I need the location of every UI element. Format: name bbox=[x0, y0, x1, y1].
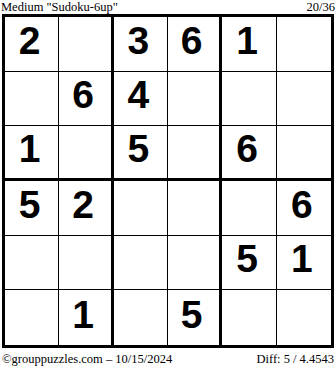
cell-r2c6[interactable] bbox=[277, 72, 331, 127]
cell-r1c5[interactable]: 1 bbox=[222, 17, 276, 72]
cell-r1c1[interactable]: 2 bbox=[5, 17, 59, 72]
cell-r2c1[interactable] bbox=[5, 72, 59, 127]
cell-r2c4[interactable] bbox=[168, 72, 222, 127]
cell-r1c6[interactable] bbox=[277, 17, 331, 72]
cell-r4c2[interactable]: 2 bbox=[59, 181, 113, 236]
cell-r3c3[interactable]: 5 bbox=[114, 126, 168, 181]
cell-r2c2[interactable]: 6 bbox=[59, 72, 113, 127]
cell-r1c2[interactable] bbox=[59, 17, 113, 72]
cell-r5c6[interactable]: 1 bbox=[277, 236, 331, 291]
cell-r4c4[interactable] bbox=[168, 181, 222, 236]
cell-r6c4[interactable]: 5 bbox=[168, 290, 222, 345]
cell-r4c3[interactable] bbox=[114, 181, 168, 236]
cell-r3c5[interactable]: 6 bbox=[222, 126, 276, 181]
cell-r6c6[interactable] bbox=[277, 290, 331, 345]
cell-r6c5[interactable] bbox=[222, 290, 276, 345]
header: Medium "Sudoku-6up" 20/36 bbox=[0, 0, 336, 14]
cell-r5c5[interactable]: 5 bbox=[222, 236, 276, 291]
cell-r2c3[interactable]: 4 bbox=[114, 72, 168, 127]
cell-r1c4[interactable]: 6 bbox=[168, 17, 222, 72]
sudoku-page: Medium "Sudoku-6up" 20/36 23616415652651… bbox=[0, 0, 336, 370]
cell-r1c3[interactable]: 3 bbox=[114, 17, 168, 72]
cell-r4c1[interactable]: 5 bbox=[5, 181, 59, 236]
cell-r5c4[interactable] bbox=[168, 236, 222, 291]
cell-r3c4[interactable] bbox=[168, 126, 222, 181]
puzzle-title: Medium "Sudoku-6up" bbox=[1, 1, 118, 14]
cell-r5c2[interactable] bbox=[59, 236, 113, 291]
difficulty-text: Diff: 5 / 4.4543 bbox=[256, 352, 334, 366]
cell-r2c5[interactable] bbox=[222, 72, 276, 127]
footer: ©grouppuzzles.com – 10/15/2024 Diff: 5 /… bbox=[0, 352, 336, 366]
cell-r3c6[interactable] bbox=[277, 126, 331, 181]
cell-r5c1[interactable] bbox=[5, 236, 59, 291]
cell-r3c2[interactable] bbox=[59, 126, 113, 181]
cell-r5c3[interactable] bbox=[114, 236, 168, 291]
cell-r6c2[interactable]: 1 bbox=[59, 290, 113, 345]
cell-r4c6[interactable]: 6 bbox=[277, 181, 331, 236]
sudoku-grid: 2361641565265115 bbox=[2, 14, 334, 348]
cell-r4c5[interactable] bbox=[222, 181, 276, 236]
cell-r3c1[interactable]: 1 bbox=[5, 126, 59, 181]
cell-r6c1[interactable] bbox=[5, 290, 59, 345]
copyright-text: ©grouppuzzles.com – 10/15/2024 bbox=[2, 352, 172, 366]
clue-counter: 20/36 bbox=[307, 1, 335, 14]
cell-r6c3[interactable] bbox=[114, 290, 168, 345]
